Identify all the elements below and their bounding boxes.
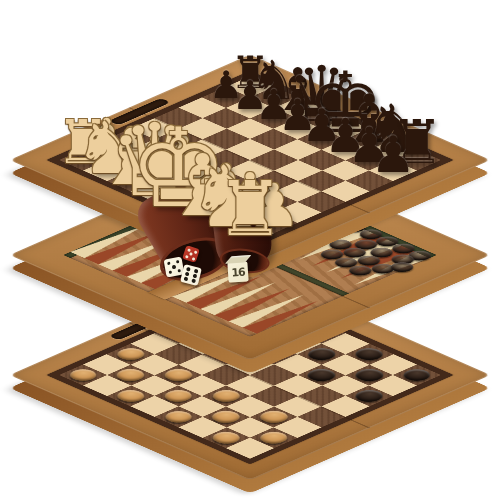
chess-tray bbox=[10, 55, 491, 266]
product-photo-stage: 16 ♜♞♟♝♟♛♟♚♟♝♟♞♟♟♜♟♟♜♟♟♞♟♝♟♛♟♚♟♝♟♞♜ bbox=[0, 0, 500, 500]
chess-board bbox=[0, 0, 500, 330]
